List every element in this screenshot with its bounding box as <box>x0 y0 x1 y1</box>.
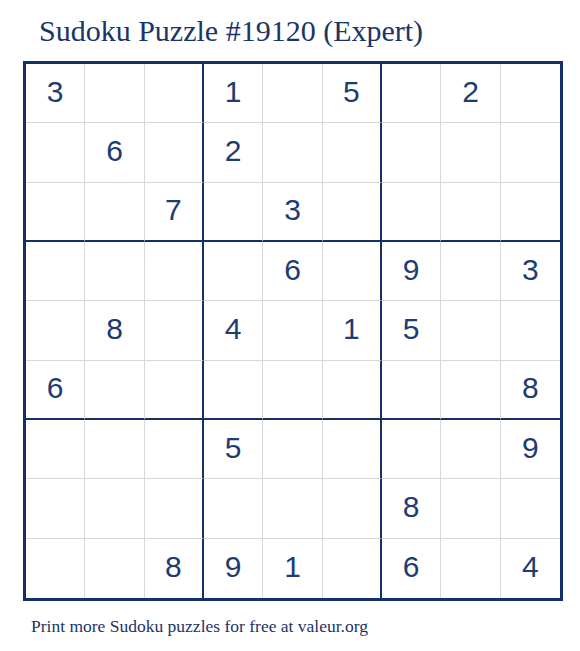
cell-r7c6-empty <box>323 420 382 479</box>
sudoku-grid: 3152627369384156859889164 <box>23 61 563 601</box>
cell-r7c3-empty <box>145 420 204 479</box>
cell-r8c3-empty <box>145 479 204 538</box>
cell-r1c3-empty <box>145 64 204 123</box>
cell-r4c7-given-9: 9 <box>382 242 441 301</box>
cell-r1c7-empty <box>382 64 441 123</box>
page-title: Sudoku Puzzle #19120 (Expert) <box>39 14 423 48</box>
cell-r2c2-given-6: 6 <box>85 123 144 182</box>
cell-r9c6-empty <box>323 539 382 598</box>
cell-r6c9-given-8: 8 <box>501 361 560 420</box>
cell-r4c8-empty <box>441 242 500 301</box>
cell-r2c7-empty <box>382 123 441 182</box>
cell-r5c7-given-5: 5 <box>382 301 441 360</box>
cell-r3c1-empty <box>26 183 85 242</box>
cell-r3c5-given-3: 3 <box>263 183 322 242</box>
cell-r1c2-empty <box>85 64 144 123</box>
cell-r6c7-empty <box>382 361 441 420</box>
cell-r2c8-empty <box>441 123 500 182</box>
cell-r5c9-empty <box>501 301 560 360</box>
cell-r7c5-empty <box>263 420 322 479</box>
cell-r5c6-given-1: 1 <box>323 301 382 360</box>
cell-r2c4-given-2: 2 <box>204 123 263 182</box>
cell-r4c4-empty <box>204 242 263 301</box>
cell-r4c5-given-6: 6 <box>263 242 322 301</box>
cell-r9c5-given-1: 1 <box>263 539 322 598</box>
cell-r3c2-empty <box>85 183 144 242</box>
cell-r2c3-empty <box>145 123 204 182</box>
cell-r4c1-empty <box>26 242 85 301</box>
cell-r7c9-given-9: 9 <box>501 420 560 479</box>
cell-r5c2-given-8: 8 <box>85 301 144 360</box>
cell-r1c8-given-2: 2 <box>441 64 500 123</box>
cell-r1c9-empty <box>501 64 560 123</box>
cell-r7c8-empty <box>441 420 500 479</box>
cell-r4c3-empty <box>145 242 204 301</box>
cell-r1c4-given-1: 1 <box>204 64 263 123</box>
cell-r7c2-empty <box>85 420 144 479</box>
cell-r1c1-given-3: 3 <box>26 64 85 123</box>
cell-r6c1-given-6: 6 <box>26 361 85 420</box>
cell-r5c1-empty <box>26 301 85 360</box>
cell-r4c9-given-3: 3 <box>501 242 560 301</box>
cell-r6c3-empty <box>145 361 204 420</box>
cell-r2c1-empty <box>26 123 85 182</box>
cell-r3c7-empty <box>382 183 441 242</box>
cell-r8c4-empty <box>204 479 263 538</box>
cell-r7c7-empty <box>382 420 441 479</box>
cell-r7c4-given-5: 5 <box>204 420 263 479</box>
cell-r3c6-empty <box>323 183 382 242</box>
cell-r3c9-empty <box>501 183 560 242</box>
cell-r9c3-given-8: 8 <box>145 539 204 598</box>
cell-r6c4-empty <box>204 361 263 420</box>
sudoku-page: Sudoku Puzzle #19120 (Expert) 3152627369… <box>0 0 580 651</box>
cell-r9c9-given-4: 4 <box>501 539 560 598</box>
cell-r8c9-empty <box>501 479 560 538</box>
cell-r6c6-empty <box>323 361 382 420</box>
cell-r6c8-empty <box>441 361 500 420</box>
cell-r6c5-empty <box>263 361 322 420</box>
cell-r3c3-given-7: 7 <box>145 183 204 242</box>
cell-r7c1-empty <box>26 420 85 479</box>
cell-r8c6-empty <box>323 479 382 538</box>
footer-text: Print more Sudoku puzzles for free at va… <box>31 616 368 637</box>
cell-r5c4-given-4: 4 <box>204 301 263 360</box>
cell-r9c4-given-9: 9 <box>204 539 263 598</box>
cell-r9c2-empty <box>85 539 144 598</box>
cell-r2c6-empty <box>323 123 382 182</box>
cell-r3c4-empty <box>204 183 263 242</box>
cell-r8c2-empty <box>85 479 144 538</box>
cell-r5c8-empty <box>441 301 500 360</box>
cell-r1c5-empty <box>263 64 322 123</box>
cell-r2c5-empty <box>263 123 322 182</box>
cell-r5c3-empty <box>145 301 204 360</box>
cell-r6c2-empty <box>85 361 144 420</box>
cell-r9c7-given-6: 6 <box>382 539 441 598</box>
cell-r9c1-empty <box>26 539 85 598</box>
cell-r4c2-empty <box>85 242 144 301</box>
cell-r8c7-given-8: 8 <box>382 479 441 538</box>
cell-r2c9-empty <box>501 123 560 182</box>
cell-r5c5-empty <box>263 301 322 360</box>
cell-r9c8-empty <box>441 539 500 598</box>
cell-r4c6-empty <box>323 242 382 301</box>
cell-r8c8-empty <box>441 479 500 538</box>
cell-r8c1-empty <box>26 479 85 538</box>
cell-r1c6-given-5: 5 <box>323 64 382 123</box>
cell-r8c5-empty <box>263 479 322 538</box>
cell-r3c8-empty <box>441 183 500 242</box>
